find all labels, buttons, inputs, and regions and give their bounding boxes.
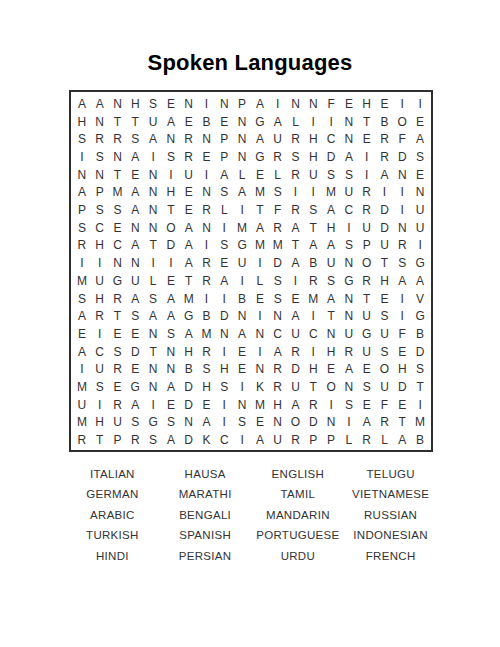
grid-cell[interactable]: R — [287, 431, 305, 449]
grid-cell[interactable]: A — [376, 166, 394, 184]
grid-cell[interactable]: U — [376, 237, 394, 255]
grid-cell[interactable]: E — [180, 201, 198, 219]
grid-cell[interactable]: A — [180, 254, 198, 272]
grid-cell[interactable]: R — [376, 130, 394, 148]
grid-cell[interactable]: I — [304, 184, 322, 202]
grid-cell[interactable]: A — [215, 272, 233, 290]
grid-cell[interactable]: A — [162, 113, 180, 131]
grid-cell[interactable]: N — [144, 166, 162, 184]
grid-cell[interactable]: N — [109, 148, 127, 166]
grid-cell[interactable]: M — [251, 237, 269, 255]
grid-cell[interactable]: U — [269, 431, 287, 449]
grid-cell[interactable]: M — [73, 414, 91, 432]
grid-cell[interactable]: R — [287, 201, 305, 219]
grid-cell[interactable]: I — [304, 113, 322, 131]
grid-cell[interactable]: T — [251, 201, 269, 219]
grid-cell[interactable]: E — [73, 325, 91, 343]
grid-cell[interactable]: I — [198, 237, 216, 255]
grid-cell[interactable]: H — [376, 272, 394, 290]
grid-cell[interactable]: E — [358, 130, 376, 148]
grid-cell[interactable]: P — [215, 148, 233, 166]
grid-cell[interactable]: N — [340, 113, 358, 131]
grid-cell[interactable]: A — [180, 237, 198, 255]
grid-cell[interactable]: P — [91, 184, 109, 202]
grid-cell[interactable]: S — [109, 343, 127, 361]
grid-cell[interactable]: N — [91, 166, 109, 184]
grid-cell[interactable]: L — [215, 201, 233, 219]
grid-cell[interactable]: S — [73, 219, 91, 237]
grid-cell[interactable]: A — [180, 219, 198, 237]
grid-cell[interactable]: L — [340, 431, 358, 449]
grid-cell[interactable]: H — [304, 148, 322, 166]
grid-cell[interactable]: U — [126, 272, 144, 290]
grid-cell[interactable]: E — [340, 95, 358, 113]
grid-cell[interactable]: N — [251, 361, 269, 379]
grid-cell[interactable]: I — [251, 254, 269, 272]
grid-cell[interactable]: S — [162, 148, 180, 166]
grid-cell[interactable]: P — [233, 95, 251, 113]
grid-cell[interactable]: A — [251, 431, 269, 449]
grid-cell[interactable]: C — [109, 237, 127, 255]
grid-cell[interactable]: F — [393, 325, 411, 343]
grid-cell[interactable]: I — [322, 113, 340, 131]
grid-cell[interactable]: N — [233, 148, 251, 166]
grid-cell[interactable]: T — [126, 113, 144, 131]
grid-cell[interactable]: D — [411, 343, 429, 361]
grid-cell[interactable]: S — [340, 166, 358, 184]
grid-cell[interactable]: S — [144, 95, 162, 113]
grid-cell[interactable]: I — [198, 166, 216, 184]
grid-cell[interactable]: D — [126, 343, 144, 361]
grid-cell[interactable]: D — [180, 431, 198, 449]
grid-cell[interactable]: S — [144, 290, 162, 308]
grid-cell[interactable]: A — [287, 254, 305, 272]
grid-cell[interactable]: C — [91, 219, 109, 237]
grid-cell[interactable]: S — [215, 184, 233, 202]
grid-cell[interactable]: A — [358, 414, 376, 432]
grid-cell[interactable]: S — [126, 130, 144, 148]
grid-cell[interactable]: A — [126, 237, 144, 255]
grid-cell[interactable]: S — [322, 166, 340, 184]
grid-cell[interactable]: E — [393, 396, 411, 414]
grid-cell[interactable]: I — [215, 219, 233, 237]
grid-cell[interactable]: U — [376, 325, 394, 343]
grid-cell[interactable]: B — [304, 254, 322, 272]
grid-cell[interactable]: B — [180, 361, 198, 379]
grid-cell[interactable]: E — [393, 343, 411, 361]
grid-cell[interactable]: N — [269, 307, 287, 325]
grid-cell[interactable]: T — [180, 272, 198, 290]
grid-cell[interactable]: I — [233, 378, 251, 396]
grid-cell[interactable]: R — [287, 343, 305, 361]
grid-cell[interactable]: A — [73, 343, 91, 361]
grid-cell[interactable]: R — [91, 130, 109, 148]
grid-cell[interactable]: U — [340, 325, 358, 343]
grid-cell[interactable]: N — [109, 95, 127, 113]
grid-cell[interactable]: I — [91, 254, 109, 272]
grid-cell[interactable]: E — [376, 95, 394, 113]
grid-cell[interactable]: T — [304, 219, 322, 237]
grid-cell[interactable]: C — [340, 201, 358, 219]
grid-cell[interactable]: N — [251, 325, 269, 343]
grid-cell[interactable]: A — [126, 290, 144, 308]
grid-cell[interactable]: I — [233, 431, 251, 449]
grid-cell[interactable]: S — [144, 431, 162, 449]
grid-cell[interactable]: M — [322, 184, 340, 202]
grid-cell[interactable]: L — [233, 166, 251, 184]
grid-cell[interactable]: R — [358, 201, 376, 219]
grid-cell[interactable]: M — [304, 290, 322, 308]
grid-cell[interactable]: D — [304, 414, 322, 432]
grid-cell[interactable]: E — [198, 396, 216, 414]
grid-cell[interactable]: H — [180, 343, 198, 361]
grid-cell[interactable]: I — [411, 95, 429, 113]
grid-cell[interactable]: R — [358, 184, 376, 202]
grid-cell[interactable]: A — [126, 184, 144, 202]
grid-cell[interactable]: E — [180, 184, 198, 202]
grid-cell[interactable]: A — [393, 272, 411, 290]
grid-cell[interactable]: I — [251, 343, 269, 361]
grid-cell[interactable]: U — [91, 272, 109, 290]
grid-cell[interactable]: I — [198, 95, 216, 113]
grid-cell[interactable]: A — [411, 130, 429, 148]
grid-cell[interactable]: D — [180, 378, 198, 396]
grid-cell[interactable]: R — [109, 361, 127, 379]
grid-cell[interactable]: E — [287, 290, 305, 308]
grid-cell[interactable]: H — [304, 361, 322, 379]
grid-cell[interactable]: A — [73, 307, 91, 325]
grid-cell[interactable]: D — [393, 378, 411, 396]
grid-cell[interactable]: M — [73, 378, 91, 396]
grid-cell[interactable]: O — [376, 361, 394, 379]
grid-cell[interactable]: L — [287, 113, 305, 131]
grid-cell[interactable]: I — [251, 307, 269, 325]
grid-cell[interactable]: S — [287, 148, 305, 166]
grid-cell[interactable]: K — [251, 378, 269, 396]
grid-cell[interactable]: G — [340, 272, 358, 290]
grid-cell[interactable]: G — [411, 307, 429, 325]
grid-cell[interactable]: H — [322, 219, 340, 237]
grid-cell[interactable]: A — [91, 95, 109, 113]
grid-cell[interactable]: R — [269, 148, 287, 166]
grid-cell[interactable]: D — [287, 361, 305, 379]
grid-cell[interactable]: M — [269, 237, 287, 255]
grid-cell[interactable]: T — [162, 201, 180, 219]
grid-cell[interactable]: E — [215, 254, 233, 272]
grid-cell[interactable]: N — [269, 414, 287, 432]
grid-cell[interactable]: H — [91, 290, 109, 308]
grid-cell[interactable]: U — [411, 201, 429, 219]
grid-cell[interactable]: D — [215, 307, 233, 325]
grid-cell[interactable]: S — [215, 378, 233, 396]
grid-cell[interactable]: N — [144, 184, 162, 202]
grid-cell[interactable]: C — [322, 130, 340, 148]
grid-cell[interactable]: E — [233, 361, 251, 379]
grid-cell[interactable]: A — [73, 184, 91, 202]
grid-cell[interactable]: H — [91, 237, 109, 255]
grid-cell[interactable]: E — [251, 414, 269, 432]
grid-cell[interactable]: I — [287, 272, 305, 290]
grid-cell[interactable]: E — [126, 325, 144, 343]
grid-cell[interactable]: O — [162, 219, 180, 237]
grid-cell[interactable]: T — [109, 307, 127, 325]
grid-cell[interactable]: A — [233, 184, 251, 202]
grid-cell[interactable]: L — [269, 166, 287, 184]
grid-cell[interactable]: U — [358, 343, 376, 361]
grid-cell[interactable]: S — [376, 343, 394, 361]
grid-cell[interactable]: I — [215, 290, 233, 308]
grid-cell[interactable]: N — [126, 219, 144, 237]
grid-cell[interactable]: T — [322, 307, 340, 325]
grid-cell[interactable]: S — [73, 290, 91, 308]
grid-cell[interactable]: S — [358, 378, 376, 396]
grid-cell[interactable]: A — [322, 290, 340, 308]
grid-cell[interactable]: B — [376, 113, 394, 131]
grid-cell[interactable]: N — [162, 130, 180, 148]
grid-cell[interactable]: N — [393, 166, 411, 184]
grid-cell[interactable]: P — [358, 237, 376, 255]
grid-cell[interactable]: R — [304, 272, 322, 290]
grid-cell[interactable]: N — [198, 130, 216, 148]
grid-cell[interactable]: U — [287, 378, 305, 396]
grid-cell[interactable]: D — [393, 148, 411, 166]
grid-cell[interactable]: I — [162, 254, 180, 272]
grid-cell[interactable]: C — [91, 343, 109, 361]
grid-cell[interactable]: B — [198, 307, 216, 325]
grid-cell[interactable]: S — [233, 414, 251, 432]
grid-cell[interactable]: R — [91, 307, 109, 325]
grid-cell[interactable]: R — [73, 237, 91, 255]
grid-cell[interactable]: T — [393, 414, 411, 432]
grid-cell[interactable]: T — [411, 378, 429, 396]
grid-cell[interactable]: N — [162, 343, 180, 361]
grid-cell[interactable]: D — [162, 237, 180, 255]
grid-cell[interactable]: N — [304, 95, 322, 113]
grid-cell[interactable]: S — [411, 148, 429, 166]
grid-cell[interactable]: T — [144, 237, 162, 255]
grid-cell[interactable]: F — [393, 130, 411, 148]
grid-cell[interactable]: M — [180, 290, 198, 308]
grid-cell[interactable]: U — [109, 414, 127, 432]
grid-cell[interactable]: N — [322, 325, 340, 343]
grid-cell[interactable]: C — [215, 431, 233, 449]
grid-cell[interactable]: E — [109, 325, 127, 343]
grid-cell[interactable]: T — [304, 378, 322, 396]
grid-cell[interactable]: S — [340, 237, 358, 255]
grid-cell[interactable]: A — [126, 396, 144, 414]
grid-cell[interactable]: S — [393, 254, 411, 272]
grid-cell[interactable]: S — [269, 290, 287, 308]
grid-cell[interactable]: F — [322, 95, 340, 113]
grid-cell[interactable]: U — [180, 166, 198, 184]
grid-cell[interactable]: I — [144, 396, 162, 414]
grid-cell[interactable]: R — [198, 343, 216, 361]
grid-cell[interactable]: H — [162, 184, 180, 202]
grid-cell[interactable]: G — [251, 148, 269, 166]
grid-cell[interactable]: H — [358, 95, 376, 113]
grid-cell[interactable]: S — [322, 272, 340, 290]
grid-cell[interactable]: E — [322, 361, 340, 379]
grid-cell[interactable]: G — [144, 414, 162, 432]
grid-cell[interactable]: E — [126, 361, 144, 379]
grid-cell[interactable]: R — [198, 201, 216, 219]
grid-cell[interactable]: R — [393, 237, 411, 255]
grid-cell[interactable]: A — [269, 343, 287, 361]
grid-cell[interactable]: O — [393, 113, 411, 131]
grid-cell[interactable]: S — [162, 414, 180, 432]
grid-cell[interactable]: E — [411, 166, 429, 184]
grid-cell[interactable]: H — [91, 414, 109, 432]
grid-cell[interactable]: A — [126, 148, 144, 166]
grid-cell[interactable]: R — [73, 431, 91, 449]
grid-cell[interactable]: H — [126, 95, 144, 113]
grid-cell[interactable]: I — [215, 414, 233, 432]
grid-cell[interactable]: S — [109, 201, 127, 219]
grid-cell[interactable]: O — [322, 378, 340, 396]
grid-cell[interactable]: D — [376, 219, 394, 237]
grid-cell[interactable]: A — [233, 325, 251, 343]
grid-cell[interactable]: T — [109, 113, 127, 131]
grid-cell[interactable]: I — [322, 396, 340, 414]
grid-cell[interactable]: M — [233, 219, 251, 237]
grid-cell[interactable]: S — [340, 396, 358, 414]
grid-cell[interactable]: I — [358, 166, 376, 184]
grid-cell[interactable]: S — [411, 361, 429, 379]
grid-cell[interactable]: N — [126, 254, 144, 272]
grid-cell[interactable]: H — [198, 378, 216, 396]
grid-cell[interactable]: I — [304, 343, 322, 361]
grid-cell[interactable]: R — [109, 130, 127, 148]
grid-cell[interactable]: N — [144, 361, 162, 379]
grid-cell[interactable]: R — [304, 396, 322, 414]
grid-cell[interactable]: I — [411, 396, 429, 414]
grid-cell[interactable]: D — [322, 148, 340, 166]
grid-cell[interactable]: A — [126, 201, 144, 219]
grid-cell[interactable]: N — [91, 113, 109, 131]
grid-cell[interactable]: R — [358, 431, 376, 449]
grid-cell[interactable]: I — [393, 307, 411, 325]
grid-cell[interactable]: I — [233, 272, 251, 290]
grid-cell[interactable]: I — [215, 396, 233, 414]
grid-cell[interactable]: I — [393, 201, 411, 219]
grid-cell[interactable]: G — [126, 378, 144, 396]
grid-cell[interactable]: S — [162, 325, 180, 343]
grid-cell[interactable]: I — [358, 148, 376, 166]
grid-cell[interactable]: I — [287, 184, 305, 202]
grid-cell[interactable]: I — [215, 343, 233, 361]
grid-cell[interactable]: C — [269, 325, 287, 343]
grid-cell[interactable]: R — [287, 130, 305, 148]
grid-cell[interactable]: A — [180, 325, 198, 343]
grid-cell[interactable]: P — [109, 431, 127, 449]
grid-cell[interactable]: E — [126, 166, 144, 184]
grid-cell[interactable]: G — [358, 325, 376, 343]
grid-cell[interactable]: B — [411, 431, 429, 449]
grid-cell[interactable]: G — [251, 113, 269, 131]
grid-cell[interactable]: R — [269, 361, 287, 379]
grid-cell[interactable]: E — [109, 378, 127, 396]
grid-cell[interactable]: N — [411, 184, 429, 202]
grid-cell[interactable]: M — [198, 325, 216, 343]
grid-cell[interactable]: N — [340, 290, 358, 308]
grid-cell[interactable]: A — [162, 378, 180, 396]
grid-cell[interactable]: E — [411, 113, 429, 131]
grid-cell[interactable]: L — [251, 272, 269, 290]
grid-cell[interactable]: U — [322, 254, 340, 272]
grid-cell[interactable]: A — [144, 130, 162, 148]
grid-cell[interactable]: R — [340, 343, 358, 361]
grid-cell[interactable]: G — [233, 237, 251, 255]
grid-cell[interactable]: A — [269, 113, 287, 131]
grid-cell[interactable]: B — [233, 290, 251, 308]
grid-cell[interactable]: A — [287, 307, 305, 325]
grid-cell[interactable]: I — [304, 307, 322, 325]
grid-cell[interactable]: S — [126, 307, 144, 325]
grid-cell[interactable]: H — [322, 343, 340, 361]
grid-cell[interactable]: S — [73, 130, 91, 148]
grid-cell[interactable]: D — [269, 254, 287, 272]
grid-cell[interactable]: E — [180, 113, 198, 131]
grid-cell[interactable]: R — [287, 166, 305, 184]
grid-cell[interactable]: N — [322, 414, 340, 432]
grid-cell[interactable]: I — [91, 396, 109, 414]
grid-cell[interactable]: R — [180, 130, 198, 148]
grid-cell[interactable]: G — [109, 272, 127, 290]
grid-cell[interactable]: L — [144, 272, 162, 290]
grid-cell[interactable]: A — [304, 237, 322, 255]
grid-cell[interactable]: H — [73, 113, 91, 131]
grid-cell[interactable]: A — [322, 201, 340, 219]
grid-cell[interactable]: S — [126, 414, 144, 432]
grid-cell[interactable]: N — [73, 166, 91, 184]
grid-cell[interactable]: N — [393, 219, 411, 237]
grid-cell[interactable]: U — [91, 361, 109, 379]
grid-cell[interactable]: U — [358, 307, 376, 325]
grid-cell[interactable]: I — [269, 95, 287, 113]
grid-cell[interactable]: A — [251, 95, 269, 113]
grid-cell[interactable]: E — [233, 343, 251, 361]
grid-cell[interactable]: O — [287, 414, 305, 432]
grid-cell[interactable]: N — [180, 414, 198, 432]
grid-cell[interactable]: N — [144, 378, 162, 396]
grid-cell[interactable]: N — [340, 378, 358, 396]
grid-cell[interactable]: T — [109, 166, 127, 184]
grid-cell[interactable]: I — [340, 219, 358, 237]
grid-cell[interactable]: N — [340, 130, 358, 148]
grid-cell[interactable]: R — [109, 396, 127, 414]
grid-cell[interactable]: A — [215, 166, 233, 184]
grid-cell[interactable]: V — [411, 290, 429, 308]
grid-cell[interactable]: N — [144, 201, 162, 219]
grid-cell[interactable]: A — [162, 431, 180, 449]
grid-cell[interactable]: I — [91, 325, 109, 343]
grid-cell[interactable]: M — [109, 184, 127, 202]
grid-cell[interactable]: H — [269, 396, 287, 414]
grid-cell[interactable]: B — [198, 113, 216, 131]
grid-cell[interactable]: U — [358, 219, 376, 237]
grid-cell[interactable]: N — [233, 307, 251, 325]
grid-cell[interactable]: R — [376, 414, 394, 432]
grid-cell[interactable]: S — [198, 361, 216, 379]
grid-cell[interactable]: B — [411, 325, 429, 343]
grid-cell[interactable]: R — [180, 148, 198, 166]
grid-cell[interactable]: U — [233, 254, 251, 272]
grid-cell[interactable]: N — [144, 219, 162, 237]
grid-cell[interactable]: N — [198, 184, 216, 202]
grid-cell[interactable]: I — [393, 95, 411, 113]
grid-cell[interactable]: U — [411, 219, 429, 237]
grid-cell[interactable]: E — [251, 290, 269, 308]
